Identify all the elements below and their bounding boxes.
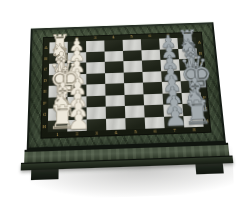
chess-board-assembly: 12345678 12345678 ABCDEFGH ABCDEFGH ♜♟♟♜… [25, 22, 230, 189]
piece-bR-h8[interactable]: ♜ [182, 96, 204, 129]
pieces-layer: ♜♟♟♜♞♟♟♞♝♟♟♝♛♟♟♛♚♟♟♚♝♟♟♝♞♟♟♞♜♟♟♜ [25, 22, 230, 189]
chess-set-photo: 12345678 12345678 ABCDEFGH ABCDEFGH ♜♟♟♜… [0, 0, 250, 208]
piece-wR-h1[interactable]: ♜ [48, 101, 68, 134]
piece-wP-h2[interactable]: ♟ [67, 107, 87, 133]
perspective-wrapper: 12345678 12345678 ABCDEFGH ABCDEFGH ♜♟♟♜… [25, 22, 230, 189]
piece-bP-h7[interactable]: ♟ [163, 104, 184, 130]
board-scene: 12345678 12345678 ABCDEFGH ABCDEFGH ♜♟♟♜… [26, 18, 224, 201]
